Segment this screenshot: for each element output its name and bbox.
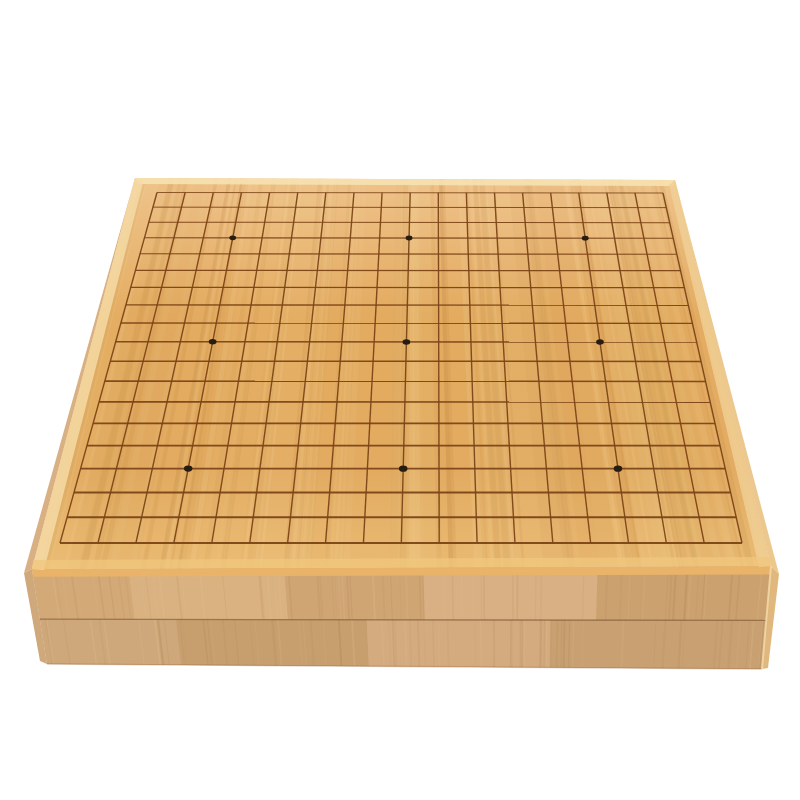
star-point <box>184 466 193 472</box>
star-point <box>403 339 411 345</box>
product-photo <box>0 0 800 800</box>
star-point <box>229 235 236 240</box>
star-point <box>406 236 413 241</box>
star-point <box>209 339 217 345</box>
star-point <box>582 236 589 241</box>
star-point <box>596 339 604 345</box>
goban-front-face <box>32 566 771 669</box>
star-point <box>399 466 408 472</box>
goban-product-photo <box>0 0 800 800</box>
star-point <box>614 466 623 472</box>
